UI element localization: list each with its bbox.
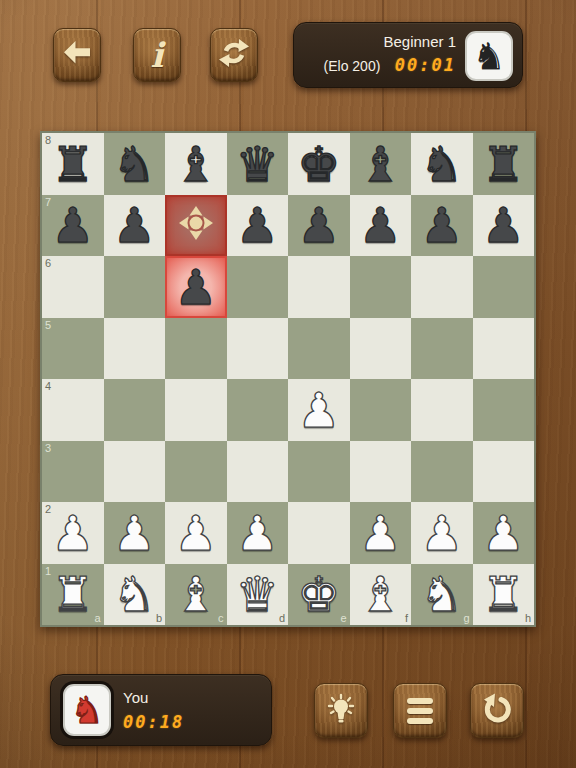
square-a2[interactable]: 2♟ xyxy=(42,502,104,564)
square-g6[interactable] xyxy=(411,256,473,318)
square-a7[interactable]: 7♟ xyxy=(42,195,104,257)
rank-label-6: 6 xyxy=(45,257,51,269)
square-e1[interactable]: e♚ xyxy=(288,564,350,626)
square-a5[interactable]: 5 xyxy=(42,318,104,380)
black-bishop[interactable]: ♝ xyxy=(174,136,217,192)
square-g2[interactable]: ♟ xyxy=(411,502,473,564)
white-pawn[interactable]: ♟ xyxy=(420,505,463,561)
square-d2[interactable]: ♟ xyxy=(227,502,289,564)
back-arrow-icon xyxy=(62,40,92,70)
file-label-e: e xyxy=(340,612,346,624)
rank-label-4: 4 xyxy=(45,380,51,392)
black-knight[interactable]: ♞ xyxy=(420,136,463,192)
black-pawn[interactable]: ♟ xyxy=(297,197,340,253)
square-b5[interactable] xyxy=(104,318,166,380)
square-e4[interactable]: ♟ xyxy=(288,379,350,441)
black-pawn[interactable]: ♟ xyxy=(482,197,525,253)
file-label-g: g xyxy=(463,612,469,624)
chess-app-screen: { "game": "chess", "position": { "fen": … xyxy=(0,0,576,768)
opponent-clock: 00:01 xyxy=(395,55,456,75)
square-b8[interactable]: ♞ xyxy=(104,133,166,195)
square-f2[interactable]: ♟ xyxy=(350,502,412,564)
square-h1[interactable]: h♜ xyxy=(473,564,535,626)
square-h3[interactable] xyxy=(473,441,535,503)
square-g8[interactable]: ♞ xyxy=(411,133,473,195)
black-rook[interactable]: ♜ xyxy=(482,136,525,192)
file-label-h: h xyxy=(525,612,531,624)
square-c1[interactable]: c♝ xyxy=(165,564,227,626)
square-a6[interactable]: 6 xyxy=(42,256,104,318)
undo-button[interactable] xyxy=(470,683,524,738)
black-knight[interactable]: ♞ xyxy=(113,136,156,192)
square-a3[interactable]: 3 xyxy=(42,441,104,503)
rank-label-5: 5 xyxy=(45,319,51,331)
undo-icon xyxy=(481,693,513,729)
white-king[interactable]: ♚ xyxy=(297,566,340,622)
square-a4[interactable]: 4 xyxy=(42,379,104,441)
square-c7[interactable] xyxy=(165,195,227,257)
white-pawn[interactable]: ♟ xyxy=(51,505,94,561)
square-h4[interactable] xyxy=(473,379,535,441)
square-g3[interactable] xyxy=(411,441,473,503)
white-queen[interactable]: ♛ xyxy=(236,566,279,622)
white-pawn[interactable]: ♟ xyxy=(297,382,340,438)
square-a8[interactable]: 8♜ xyxy=(42,133,104,195)
rank-label-3: 3 xyxy=(45,442,51,454)
move-origin-marker-icon xyxy=(176,203,216,247)
square-d1[interactable]: d♛ xyxy=(227,564,289,626)
rank-label-2: 2 xyxy=(45,503,51,515)
white-pawn[interactable]: ♟ xyxy=(359,505,402,561)
white-pawn[interactable]: ♟ xyxy=(174,505,217,561)
white-rook[interactable]: ♜ xyxy=(482,566,525,622)
square-e8[interactable]: ♚ xyxy=(288,133,350,195)
square-d7[interactable]: ♟ xyxy=(227,195,289,257)
chess-board-frame: 8♜♞♝♛♚♝♞♜7♟♟♟♟♟♟♟6♟54♟32♟♟♟♟♟♟♟1a♜b♞c♝d♛… xyxy=(40,131,536,627)
square-f5[interactable] xyxy=(350,318,412,380)
square-e6[interactable] xyxy=(288,256,350,318)
square-f8[interactable]: ♝ xyxy=(350,133,412,195)
file-label-b: b xyxy=(156,612,162,624)
chess-board: 8♜♞♝♛♚♝♞♜7♟♟♟♟♟♟♟6♟54♟32♟♟♟♟♟♟♟1a♜b♞c♝d♛… xyxy=(42,133,534,625)
player-avatar: ♞ xyxy=(63,684,111,736)
black-pawn[interactable]: ♟ xyxy=(359,197,402,253)
info-icon: i xyxy=(151,38,164,72)
back-button[interactable] xyxy=(53,28,101,82)
square-g1[interactable]: g♞ xyxy=(411,564,473,626)
square-d3[interactable] xyxy=(227,441,289,503)
square-e7[interactable]: ♟ xyxy=(288,195,350,257)
square-b1[interactable]: b♞ xyxy=(104,564,166,626)
white-pawn[interactable]: ♟ xyxy=(482,505,525,561)
square-b4[interactable] xyxy=(104,379,166,441)
file-label-a: a xyxy=(94,612,100,624)
square-c8[interactable]: ♝ xyxy=(165,133,227,195)
hint-button[interactable] xyxy=(314,683,368,738)
file-label-c: c xyxy=(218,612,224,624)
black-pawn[interactable]: ♟ xyxy=(174,259,217,315)
lightbulb-icon xyxy=(325,693,357,729)
white-bishop[interactable]: ♝ xyxy=(359,566,402,622)
square-b2[interactable]: ♟ xyxy=(104,502,166,564)
black-knight-icon: ♞ xyxy=(472,38,505,75)
square-f7[interactable]: ♟ xyxy=(350,195,412,257)
square-d4[interactable] xyxy=(227,379,289,441)
square-d6[interactable] xyxy=(227,256,289,318)
menu-button[interactable] xyxy=(393,683,447,738)
square-h5[interactable] xyxy=(473,318,535,380)
square-d5[interactable] xyxy=(227,318,289,380)
black-rook[interactable]: ♜ xyxy=(51,136,94,192)
black-queen[interactable]: ♛ xyxy=(236,136,279,192)
square-g4[interactable] xyxy=(411,379,473,441)
white-pawn[interactable]: ♟ xyxy=(113,505,156,561)
square-b3[interactable] xyxy=(104,441,166,503)
black-king[interactable]: ♚ xyxy=(297,136,340,192)
white-knight[interactable]: ♞ xyxy=(113,566,156,622)
square-e3[interactable] xyxy=(288,441,350,503)
rank-label-7: 7 xyxy=(45,196,51,208)
player-name: You xyxy=(123,689,184,706)
square-h8[interactable]: ♜ xyxy=(473,133,535,195)
black-pawn[interactable]: ♟ xyxy=(113,197,156,253)
black-pawn[interactable]: ♟ xyxy=(236,197,279,253)
square-c6[interactable]: ♟ xyxy=(165,256,227,318)
hamburger-icon xyxy=(407,698,433,724)
square-d8[interactable]: ♛ xyxy=(227,133,289,195)
rank-label-1: 1 xyxy=(45,565,51,577)
square-b6[interactable] xyxy=(104,256,166,318)
black-bishop[interactable]: ♝ xyxy=(359,136,402,192)
square-h2[interactable]: ♟ xyxy=(473,502,535,564)
square-h7[interactable]: ♟ xyxy=(473,195,535,257)
square-f6[interactable] xyxy=(350,256,412,318)
player-panel: ♞ You 00:18 xyxy=(50,674,272,746)
rank-label-8: 8 xyxy=(45,134,51,146)
white-bishop[interactable]: ♝ xyxy=(174,566,217,622)
square-c3[interactable] xyxy=(165,441,227,503)
white-knight[interactable]: ♞ xyxy=(420,566,463,622)
square-a1[interactable]: 1a♜ xyxy=(42,564,104,626)
opponent-avatar: ♞ xyxy=(465,31,513,81)
square-b7[interactable]: ♟ xyxy=(104,195,166,257)
black-pawn[interactable]: ♟ xyxy=(51,197,94,253)
file-label-f: f xyxy=(405,612,408,624)
opponent-name: Beginner 1 xyxy=(324,33,456,50)
refresh-icon xyxy=(218,38,250,72)
square-e2[interactable] xyxy=(288,502,350,564)
square-g7[interactable]: ♟ xyxy=(411,195,473,257)
square-c2[interactable]: ♟ xyxy=(165,502,227,564)
red-knight-icon: ♞ xyxy=(70,692,103,729)
opponent-panel: Beginner 1 (Elo 200) 00:01 ♞ xyxy=(293,22,523,88)
info-button[interactable]: i xyxy=(133,28,181,82)
file-label-d: d xyxy=(279,612,285,624)
opponent-rating: (Elo 200) xyxy=(324,58,381,74)
square-g5[interactable] xyxy=(411,318,473,380)
square-f1[interactable]: f♝ xyxy=(350,564,412,626)
white-rook[interactable]: ♜ xyxy=(51,566,94,622)
black-pawn[interactable]: ♟ xyxy=(420,197,463,253)
square-e5[interactable] xyxy=(288,318,350,380)
square-f3[interactable] xyxy=(350,441,412,503)
white-pawn[interactable]: ♟ xyxy=(236,505,279,561)
square-c5[interactable] xyxy=(165,318,227,380)
square-f4[interactable] xyxy=(350,379,412,441)
flip-board-button[interactable] xyxy=(210,28,258,82)
square-c4[interactable] xyxy=(165,379,227,441)
square-h6[interactable] xyxy=(473,256,535,318)
player-clock: 00:18 xyxy=(123,712,184,732)
